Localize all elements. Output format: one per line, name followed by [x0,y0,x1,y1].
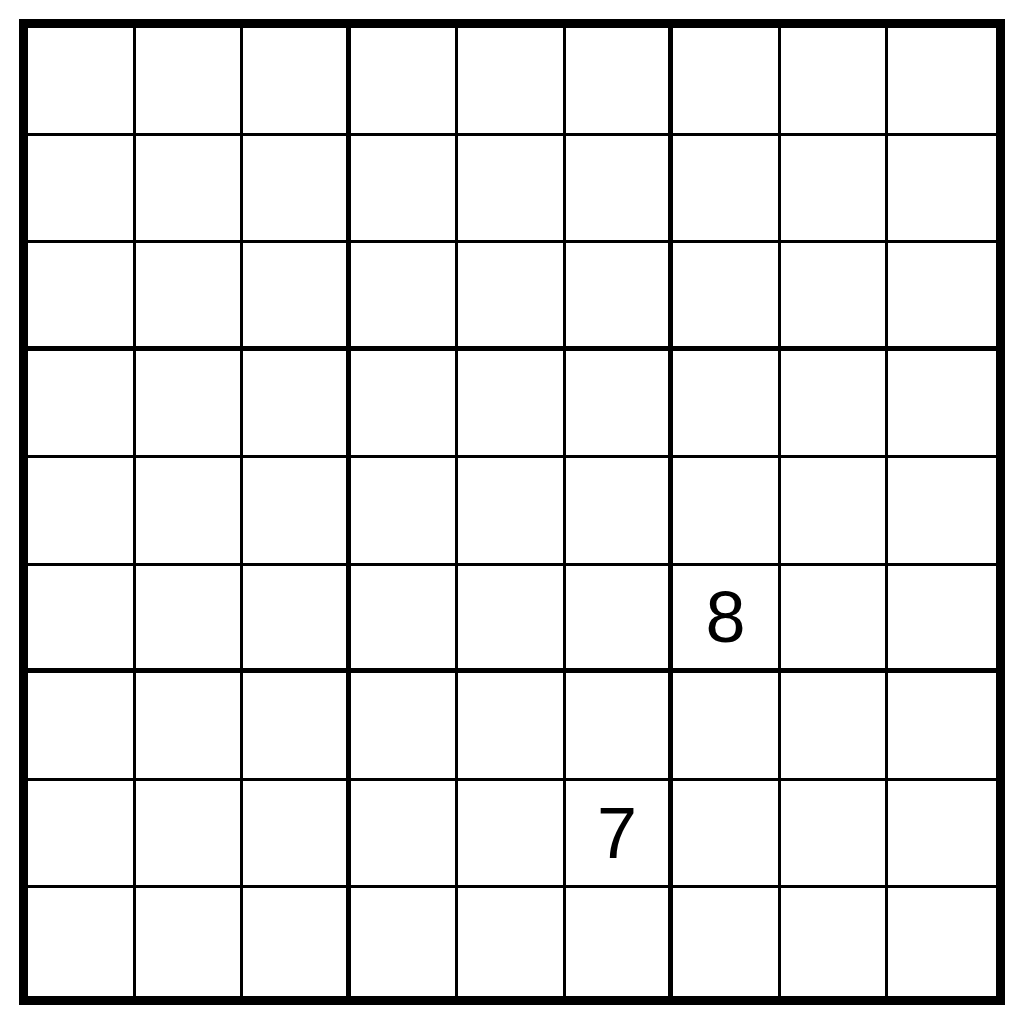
cell-r9c6[interactable] [566,888,674,996]
cell-r2c8[interactable] [781,136,889,244]
cell-r8c1[interactable] [28,781,136,889]
cell-r1c4[interactable] [351,28,459,136]
cell-r8c5[interactable] [458,781,566,889]
cell-r8c2[interactable] [136,781,244,889]
cell-r6c4[interactable] [351,566,459,674]
cell-r9c7[interactable] [673,888,781,996]
cell-r9c8[interactable] [781,888,889,996]
cell-r2c6[interactable] [566,136,674,244]
cell-r7c3[interactable] [243,673,351,781]
cell-r5c5[interactable] [458,458,566,566]
cell-r5c1[interactable] [28,458,136,566]
given-digit: 8 [706,581,746,653]
cell-r4c7[interactable] [673,351,781,459]
cell-r9c4[interactable] [351,888,459,996]
cell-r7c6[interactable] [566,673,674,781]
cell-r5c9[interactable] [888,458,996,566]
cell-r7c2[interactable] [136,673,244,781]
cell-r3c6[interactable] [566,243,674,351]
cell-r2c3[interactable] [243,136,351,244]
cell-r2c2[interactable] [136,136,244,244]
cell-r5c4[interactable] [351,458,459,566]
cell-r5c6[interactable] [566,458,674,566]
given-digit: 7 [597,797,637,869]
cell-r5c7[interactable] [673,458,781,566]
cell-r4c6[interactable] [566,351,674,459]
cell-r4c9[interactable] [888,351,996,459]
cell-r8c4[interactable] [351,781,459,889]
cell-r2c5[interactable] [458,136,566,244]
cell-r9c3[interactable] [243,888,351,996]
cell-r6c9[interactable] [888,566,996,674]
cell-r1c1[interactable] [28,28,136,136]
cell-r1c3[interactable] [243,28,351,136]
cell-r3c8[interactable] [781,243,889,351]
cell-r2c1[interactable] [28,136,136,244]
cell-r1c7[interactable] [673,28,781,136]
cell-r6c3[interactable] [243,566,351,674]
cell-r7c1[interactable] [28,673,136,781]
cell-r6c8[interactable] [781,566,889,674]
cell-r4c1[interactable] [28,351,136,459]
cell-r8c3[interactable] [243,781,351,889]
cell-r4c3[interactable] [243,351,351,459]
cell-r3c1[interactable] [28,243,136,351]
cell-r1c8[interactable] [781,28,889,136]
cell-r3c3[interactable] [243,243,351,351]
cell-r1c5[interactable] [458,28,566,136]
cell-r6c2[interactable] [136,566,244,674]
cell-r7c7[interactable] [673,673,781,781]
cell-r5c3[interactable] [243,458,351,566]
sudoku-board: 87 [19,19,1005,1005]
cell-r7c5[interactable] [458,673,566,781]
cell-r8c7[interactable] [673,781,781,889]
cell-r6c6[interactable] [566,566,674,674]
cell-r6c1[interactable] [28,566,136,674]
cell-r3c9[interactable] [888,243,996,351]
cell-r3c4[interactable] [351,243,459,351]
cell-r9c9[interactable] [888,888,996,996]
cell-r7c8[interactable] [781,673,889,781]
sudoku-page: 87 [0,0,1024,1024]
cell-r2c7[interactable] [673,136,781,244]
cell-r2c4[interactable] [351,136,459,244]
cell-r5c2[interactable] [136,458,244,566]
cell-r8c6[interactable]: 7 [566,781,674,889]
cell-r8c9[interactable] [888,781,996,889]
cell-r4c4[interactable] [351,351,459,459]
cell-r1c9[interactable] [888,28,996,136]
cell-r2c9[interactable] [888,136,996,244]
cell-r3c2[interactable] [136,243,244,351]
cell-r4c8[interactable] [781,351,889,459]
cell-r7c4[interactable] [351,673,459,781]
cell-r3c7[interactable] [673,243,781,351]
cell-r1c2[interactable] [136,28,244,136]
cell-r9c1[interactable] [28,888,136,996]
cell-r9c2[interactable] [136,888,244,996]
cell-r5c8[interactable] [781,458,889,566]
cell-r9c5[interactable] [458,888,566,996]
cell-r7c9[interactable] [888,673,996,781]
cell-r6c5[interactable] [458,566,566,674]
cell-r1c6[interactable] [566,28,674,136]
cell-r4c5[interactable] [458,351,566,459]
cell-r6c7[interactable]: 8 [673,566,781,674]
cell-r3c5[interactable] [458,243,566,351]
cell-r4c2[interactable] [136,351,244,459]
cell-r8c8[interactable] [781,781,889,889]
